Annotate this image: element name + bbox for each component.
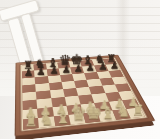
- piece-black-pawn[interactable]: ♟: [96, 61, 108, 71]
- square-g4[interactable]: [102, 84, 118, 93]
- piece-white-bishop[interactable]: ♝: [101, 104, 116, 120]
- piece-white-rook[interactable]: ♜: [23, 114, 39, 129]
- photo-scene: ♜♞♝♛♚♝♞♜♟♟♟♟♟♟♟♟♟♟♟♟♟♟♟♟♜♞♝♛♚♝♞♜: [0, 0, 160, 139]
- piece-white-king[interactable]: ♚: [86, 104, 101, 123]
- square-a7[interactable]: ♟: [22, 71, 35, 79]
- piece-white-knight[interactable]: ♞: [115, 104, 130, 119]
- chair-top-rail: [0, 0, 40, 22]
- square-a6[interactable]: [22, 77, 35, 85]
- square-d5[interactable]: [61, 81, 76, 89]
- square-d7[interactable]: ♟: [58, 68, 72, 75]
- square-c7[interactable]: ♟: [46, 69, 59, 76]
- piece-black-pawn[interactable]: ♟: [22, 67, 35, 77]
- board-grid: ♜♞♝♛♚♝♞♜♟♟♟♟♟♟♟♟♟♟♟♟♟♟♟♟♜♞♝♛♚♝♞♜: [22, 58, 145, 130]
- piece-white-queen[interactable]: ♛: [70, 106, 86, 124]
- square-a1[interactable]: ♜: [23, 118, 39, 130]
- piece-black-pawn[interactable]: ♟: [72, 63, 84, 73]
- piece-black-pawn[interactable]: ♟: [47, 65, 59, 75]
- square-e4[interactable]: [76, 87, 92, 96]
- square-b5[interactable]: [35, 83, 49, 92]
- square-f5[interactable]: [87, 79, 102, 87]
- square-b1[interactable]: ♞: [38, 116, 55, 128]
- piece-white-knight[interactable]: ♞: [39, 111, 55, 127]
- piece-black-pawn[interactable]: ♟: [108, 60, 120, 70]
- piece-black-pawn[interactable]: ♟: [35, 66, 48, 76]
- piece-black-pawn[interactable]: ♟: [60, 64, 72, 74]
- square-c1[interactable]: ♝: [53, 115, 70, 127]
- square-b7[interactable]: ♟: [34, 70, 47, 78]
- piece-black-pawn[interactable]: ♟: [84, 62, 96, 72]
- piece-white-bishop[interactable]: ♝: [55, 109, 71, 125]
- piece-white-rook[interactable]: ♜: [130, 103, 145, 117]
